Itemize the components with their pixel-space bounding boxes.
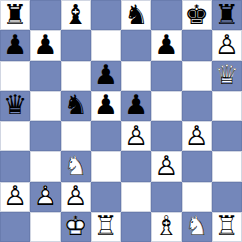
square-f4[interactable] xyxy=(151,121,181,151)
square-a2[interactable]: ♟♙ xyxy=(0,182,30,212)
piece-black-queen[interactable]: ♛ xyxy=(0,91,30,121)
square-c1[interactable]: ♚♔ xyxy=(61,212,91,242)
square-b8[interactable] xyxy=(30,0,60,30)
piece-outline: ♙ xyxy=(151,151,181,181)
square-c5[interactable]: ♞ xyxy=(61,91,91,121)
square-a7[interactable]: ♟ xyxy=(0,30,30,60)
square-a4[interactable] xyxy=(0,121,30,151)
square-h7[interactable]: ♟♙ xyxy=(212,30,242,60)
piece-white-king[interactable]: ♚♔ xyxy=(61,212,91,242)
piece-glyph: ♝ xyxy=(61,0,91,30)
square-f8[interactable] xyxy=(151,0,181,30)
square-b7[interactable]: ♟ xyxy=(30,30,60,60)
piece-white-pawn[interactable]: ♟♙ xyxy=(30,182,60,212)
piece-glyph: ♞ xyxy=(61,91,91,121)
square-f3[interactable]: ♟♙ xyxy=(151,151,181,181)
square-d4[interactable] xyxy=(91,121,121,151)
piece-black-pawn[interactable]: ♟ xyxy=(151,30,181,60)
square-h6[interactable]: ♛♕ xyxy=(212,61,242,91)
square-a3[interactable] xyxy=(0,151,30,181)
square-c8[interactable]: ♝ xyxy=(61,0,91,30)
square-f5[interactable] xyxy=(151,91,181,121)
square-g4[interactable]: ♟♙ xyxy=(182,121,212,151)
piece-white-rook[interactable]: ♜♖ xyxy=(91,212,121,242)
square-b6[interactable] xyxy=(30,61,60,91)
square-c7[interactable] xyxy=(61,30,91,60)
square-f1[interactable]: ♝♗ xyxy=(151,212,181,242)
square-e2[interactable] xyxy=(121,182,151,212)
square-h3[interactable] xyxy=(212,151,242,181)
piece-glyph: ♟ xyxy=(151,30,181,60)
piece-black-pawn[interactable]: ♟ xyxy=(121,91,151,121)
square-d3[interactable] xyxy=(91,151,121,181)
chess-board: ♜♝♞♚♜♟♟♟♟♙♟♛♕♛♞♟♟♟♙♟♙♞♘♟♙♟♙♟♙♟♙♚♔♜♖♝♗♞♘♜… xyxy=(0,0,242,242)
piece-black-pawn[interactable]: ♟ xyxy=(0,30,30,60)
square-d2[interactable] xyxy=(91,182,121,212)
square-a5[interactable]: ♛ xyxy=(0,91,30,121)
piece-outline: ♙ xyxy=(212,30,242,60)
piece-glyph: ♚ xyxy=(182,0,212,30)
piece-outline: ♘ xyxy=(61,151,91,181)
square-d7[interactable] xyxy=(91,30,121,60)
square-f7[interactable]: ♟ xyxy=(151,30,181,60)
piece-glyph: ♜ xyxy=(0,0,30,30)
piece-black-pawn[interactable]: ♟ xyxy=(30,30,60,60)
square-b3[interactable] xyxy=(30,151,60,181)
piece-white-pawn[interactable]: ♟♙ xyxy=(212,30,242,60)
piece-glyph: ♟ xyxy=(0,30,30,60)
square-c2[interactable]: ♟♙ xyxy=(61,182,91,212)
square-e3[interactable] xyxy=(121,151,151,181)
square-c3[interactable]: ♞♘ xyxy=(61,151,91,181)
square-e1[interactable] xyxy=(121,212,151,242)
piece-black-pawn[interactable]: ♟ xyxy=(91,91,121,121)
square-e7[interactable] xyxy=(121,30,151,60)
piece-white-pawn[interactable]: ♟♙ xyxy=(151,151,181,181)
piece-outline: ♙ xyxy=(182,121,212,151)
square-b4[interactable] xyxy=(30,121,60,151)
piece-glyph: ♟ xyxy=(91,91,121,121)
square-a6[interactable] xyxy=(0,61,30,91)
square-h1[interactable]: ♜♖ xyxy=(212,212,242,242)
square-g7[interactable] xyxy=(182,30,212,60)
square-g3[interactable] xyxy=(182,151,212,181)
piece-black-rook[interactable]: ♜ xyxy=(212,0,242,30)
square-g6[interactable] xyxy=(182,61,212,91)
square-b2[interactable]: ♟♙ xyxy=(30,182,60,212)
square-d8[interactable] xyxy=(91,0,121,30)
square-g8[interactable]: ♚ xyxy=(182,0,212,30)
piece-black-king[interactable]: ♚ xyxy=(182,0,212,30)
piece-white-pawn[interactable]: ♟♙ xyxy=(0,182,30,212)
square-h5[interactable] xyxy=(212,91,242,121)
square-h2[interactable] xyxy=(212,182,242,212)
piece-white-queen[interactable]: ♛♕ xyxy=(212,61,242,91)
piece-outline: ♕ xyxy=(212,61,242,91)
square-c6[interactable] xyxy=(61,61,91,91)
piece-outline: ♙ xyxy=(121,121,151,151)
piece-white-knight[interactable]: ♞♘ xyxy=(61,151,91,181)
piece-glyph: ♜ xyxy=(212,0,242,30)
piece-glyph: ♟ xyxy=(121,91,151,121)
square-g5[interactable] xyxy=(182,91,212,121)
square-g1[interactable]: ♞♘ xyxy=(182,212,212,242)
square-a8[interactable]: ♜ xyxy=(0,0,30,30)
piece-outline: ♗ xyxy=(151,212,181,242)
square-e5[interactable]: ♟ xyxy=(121,91,151,121)
square-d1[interactable]: ♜♖ xyxy=(91,212,121,242)
square-g2[interactable] xyxy=(182,182,212,212)
square-d6[interactable]: ♟ xyxy=(91,61,121,91)
piece-white-pawn[interactable]: ♟♙ xyxy=(61,182,91,212)
piece-black-pawn[interactable]: ♟ xyxy=(91,61,121,91)
square-c4[interactable] xyxy=(61,121,91,151)
piece-white-pawn[interactable]: ♟♙ xyxy=(182,121,212,151)
piece-black-bishop[interactable]: ♝ xyxy=(61,0,91,30)
square-b5[interactable] xyxy=(30,91,60,121)
square-a1[interactable] xyxy=(0,212,30,242)
piece-outline: ♔ xyxy=(61,212,91,242)
piece-glyph: ♟ xyxy=(30,30,60,60)
piece-outline: ♙ xyxy=(61,182,91,212)
piece-white-pawn[interactable]: ♟♙ xyxy=(121,121,151,151)
square-e6[interactable] xyxy=(121,61,151,91)
piece-outline: ♖ xyxy=(91,212,121,242)
square-d5[interactable]: ♟ xyxy=(91,91,121,121)
piece-outline: ♘ xyxy=(182,212,212,242)
square-h8[interactable]: ♜ xyxy=(212,0,242,30)
piece-outline: ♙ xyxy=(30,182,60,212)
piece-white-rook[interactable]: ♜♖ xyxy=(212,212,242,242)
square-e8[interactable]: ♞ xyxy=(121,0,151,30)
piece-black-knight[interactable]: ♞ xyxy=(121,0,151,30)
square-f2[interactable] xyxy=(151,182,181,212)
piece-white-bishop[interactable]: ♝♗ xyxy=(151,212,181,242)
piece-outline: ♖ xyxy=(212,212,242,242)
piece-glyph: ♞ xyxy=(121,0,151,30)
square-h4[interactable] xyxy=(212,121,242,151)
piece-glyph: ♟ xyxy=(91,61,121,91)
piece-outline: ♙ xyxy=(0,182,30,212)
piece-white-knight[interactable]: ♞♘ xyxy=(182,212,212,242)
piece-glyph: ♛ xyxy=(0,91,30,121)
square-e4[interactable]: ♟♙ xyxy=(121,121,151,151)
square-b1[interactable] xyxy=(30,212,60,242)
piece-black-rook[interactable]: ♜ xyxy=(0,0,30,30)
piece-black-knight[interactable]: ♞ xyxy=(61,91,91,121)
square-f6[interactable] xyxy=(151,61,181,91)
